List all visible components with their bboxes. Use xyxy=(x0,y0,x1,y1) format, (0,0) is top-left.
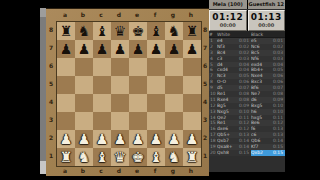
panel-filler xyxy=(209,156,285,172)
square-h2[interactable]: ♟ xyxy=(183,130,201,148)
square-a4[interactable] xyxy=(57,94,75,112)
square-c3[interactable] xyxy=(93,112,111,130)
move-list-header: # White Black xyxy=(209,31,285,38)
rank-label-right-1: 1 xyxy=(202,153,208,159)
rank-label-left-6: 6 xyxy=(48,63,54,69)
rank-label-right-5: 5 xyxy=(202,81,208,87)
square-h3[interactable] xyxy=(183,112,201,130)
square-b2[interactable]: ♟ xyxy=(75,130,93,148)
white-time-20: 0:15 xyxy=(238,150,251,156)
square-a3[interactable] xyxy=(57,112,75,130)
white-clock-time: 01:12 xyxy=(210,12,246,22)
square-a5[interactable] xyxy=(57,76,75,94)
square-a7[interactable]: ♟ xyxy=(57,40,75,58)
white-clock-subtime: 00:00 xyxy=(210,22,246,28)
white-move-20[interactable]: Qxh8 xyxy=(217,150,238,156)
square-c5[interactable] xyxy=(93,76,111,94)
square-g4[interactable] xyxy=(165,94,183,112)
square-b7[interactable]: ♟ xyxy=(75,40,93,58)
square-f7[interactable]: ♟ xyxy=(147,40,165,58)
file-label-bottom-c: c xyxy=(92,168,110,174)
square-e2[interactable]: ♟ xyxy=(129,130,147,148)
square-d4[interactable] xyxy=(111,94,129,112)
square-f2[interactable]: ♟ xyxy=(147,130,165,148)
square-h4[interactable] xyxy=(183,94,201,112)
square-d2[interactable]: ♟ xyxy=(111,130,129,148)
square-d8[interactable]: ♛ xyxy=(111,22,129,40)
clocks-row: 01:12 00:00 01:13 00:00 xyxy=(209,10,285,31)
rank-label-right-4: 4 xyxy=(202,99,208,105)
square-c7[interactable]: ♟ xyxy=(93,40,111,58)
square-e3[interactable] xyxy=(129,112,147,130)
white-clock: 01:12 00:00 xyxy=(209,10,247,31)
square-h5[interactable] xyxy=(183,76,201,94)
square-g3[interactable] xyxy=(165,112,183,130)
square-a6[interactable] xyxy=(57,58,75,76)
square-d6[interactable] xyxy=(111,58,129,76)
square-d3[interactable] xyxy=(111,112,129,130)
black-move-20[interactable]: Qxb2 xyxy=(251,150,272,156)
square-d1[interactable]: ♛ xyxy=(111,148,129,166)
rank-label-right-8: 8 xyxy=(202,27,208,33)
file-label-top-e: e xyxy=(128,12,146,18)
square-d5[interactable] xyxy=(111,76,129,94)
file-label-top-c: c xyxy=(92,12,110,18)
player-names-row: Mela (100) Guestfish 12 xyxy=(209,0,285,9)
white-player-name: Mela (100) xyxy=(209,0,247,9)
file-label-bottom-d: d xyxy=(110,168,128,174)
square-b3[interactable] xyxy=(75,112,93,130)
rank-label-left-3: 3 xyxy=(48,117,54,123)
square-g1[interactable]: ♞ xyxy=(165,148,183,166)
rank-label-left-5: 5 xyxy=(48,81,54,87)
rank-label-right-6: 6 xyxy=(202,63,208,69)
square-f4[interactable] xyxy=(147,94,165,112)
file-label-bottom-b: b xyxy=(74,168,92,174)
black-player-name: Guestfish 12 xyxy=(248,0,286,9)
square-g2[interactable]: ♟ xyxy=(165,130,183,148)
black-time-20: 0:15 xyxy=(272,150,285,156)
square-c8[interactable]: ♝ xyxy=(93,22,111,40)
square-f8[interactable]: ♝ xyxy=(147,22,165,40)
white-column-header: White xyxy=(217,31,251,37)
rank-label-right-2: 2 xyxy=(202,135,208,141)
file-label-top-b: b xyxy=(74,12,92,18)
file-label-top-a: a xyxy=(56,12,74,18)
square-f6[interactable] xyxy=(147,58,165,76)
square-g5[interactable] xyxy=(165,76,183,94)
square-e5[interactable] xyxy=(129,76,147,94)
black-clock-subtime: 00:00 xyxy=(249,22,285,28)
square-c1[interactable]: ♝ xyxy=(93,148,111,166)
square-a1[interactable]: ♜ xyxy=(57,148,75,166)
rank-label-right-7: 7 xyxy=(202,45,208,51)
black-column-header: Black xyxy=(251,31,285,37)
square-h8[interactable]: ♜ xyxy=(183,22,201,40)
square-a2[interactable]: ♟ xyxy=(57,130,75,148)
rank-label-left-2: 2 xyxy=(48,135,54,141)
file-label-top-f: f xyxy=(146,12,164,18)
rank-label-left-1: 1 xyxy=(48,153,54,159)
rank-label-left-8: 8 xyxy=(48,27,54,33)
square-g7[interactable]: ♟ xyxy=(165,40,183,58)
move-number-header: # xyxy=(209,31,217,37)
file-label-top-h: h xyxy=(182,12,200,18)
move-list[interactable]: 1e40:01e50:012Nf30:02Nc60:023Bc40:02Bc50… xyxy=(209,38,285,156)
file-label-bottom-h: h xyxy=(182,168,200,174)
chess-board: ♜♞♝♛♚♝♞♜♟♟♟♟♟♟♟♟♟♟♟♟♟♟♟♟♜♞♝♛♚♝♞♜ xyxy=(56,21,202,167)
rank-label-right-3: 3 xyxy=(202,117,208,123)
square-d7[interactable]: ♟ xyxy=(111,40,129,58)
square-g8[interactable]: ♞ xyxy=(165,22,183,40)
square-b5[interactable] xyxy=(75,76,93,94)
square-e8[interactable]: ♚ xyxy=(129,22,147,40)
square-e6[interactable] xyxy=(129,58,147,76)
square-b1[interactable]: ♞ xyxy=(75,148,93,166)
square-b6[interactable] xyxy=(75,58,93,76)
rank-label-left-7: 7 xyxy=(48,45,54,51)
square-h6[interactable] xyxy=(183,58,201,76)
square-c2[interactable]: ♟ xyxy=(93,130,111,148)
square-e7[interactable]: ♟ xyxy=(129,40,147,58)
game-info-panel: Mela (100) Guestfish 12 01:12 00:00 01:1… xyxy=(209,0,285,170)
square-b8[interactable]: ♞ xyxy=(75,22,93,40)
square-g6[interactable] xyxy=(165,58,183,76)
square-b4[interactable] xyxy=(75,94,93,112)
square-f3[interactable] xyxy=(147,112,165,130)
square-f5[interactable] xyxy=(147,76,165,94)
move-number-20: 20 xyxy=(209,150,217,156)
square-f1[interactable]: ♝ xyxy=(147,148,165,166)
file-label-bottom-g: g xyxy=(164,168,182,174)
square-h1[interactable]: ♜ xyxy=(183,148,201,166)
black-clock: 01:13 00:00 xyxy=(248,10,286,31)
file-label-bottom-f: f xyxy=(146,168,164,174)
file-label-bottom-a: a xyxy=(56,168,74,174)
square-e4[interactable] xyxy=(129,94,147,112)
file-label-top-g: g xyxy=(164,12,182,18)
file-label-bottom-e: e xyxy=(128,168,146,174)
square-e1[interactable]: ♚ xyxy=(129,148,147,166)
chess-board-frame: ♜♞♝♛♚♝♞♜♟♟♟♟♟♟♟♟♟♟♟♟♟♟♟♟♜♞♝♛♚♝♞♜ aabbccd… xyxy=(46,8,209,176)
square-h7[interactable]: ♟ xyxy=(183,40,201,58)
black-clock-time: 01:13 xyxy=(249,12,285,22)
move-row-20: 20Qxh80:15Qxb20:15 xyxy=(209,150,285,156)
square-c4[interactable] xyxy=(93,94,111,112)
chess-app-window: ♜♞♝♛♚♝♞♜♟♟♟♟♟♟♟♟♟♟♟♟♟♟♟♟♜♞♝♛♚♝♞♜ aabbccd… xyxy=(0,0,320,180)
rank-label-left-4: 4 xyxy=(48,99,54,105)
square-a8[interactable]: ♜ xyxy=(57,22,75,40)
square-c6[interactable] xyxy=(93,58,111,76)
file-label-top-d: d xyxy=(110,12,128,18)
